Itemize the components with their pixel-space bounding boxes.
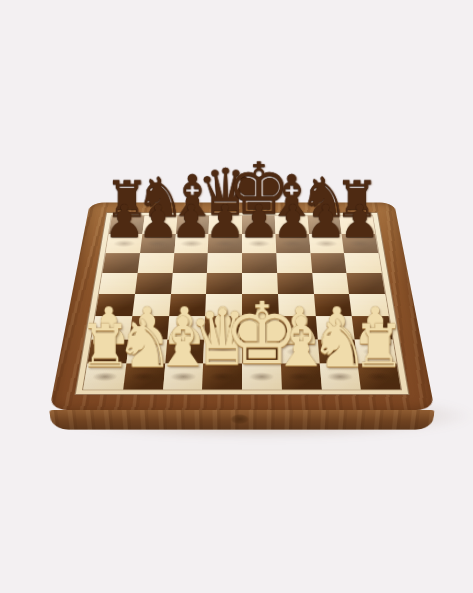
square-h6 xyxy=(344,253,381,273)
square-a7: ♟ xyxy=(106,234,142,253)
wood-knot-mark xyxy=(230,414,248,424)
square-g6 xyxy=(310,253,347,273)
square-b5 xyxy=(135,273,172,294)
square-b6 xyxy=(137,253,174,273)
square-g5 xyxy=(312,273,349,294)
square-d6 xyxy=(207,253,242,273)
square-h5 xyxy=(347,273,385,294)
square-a5 xyxy=(99,273,137,294)
chess-board: ♜♞♝♛♚♝♞♜♟♟♟♟♟♟♟♟♟♟♟♟♟♟♟♟♜♞♝♛♚♝♞♜ xyxy=(82,215,402,390)
square-a6 xyxy=(102,253,139,273)
board-front-edge xyxy=(49,410,435,430)
square-h1: ♜ xyxy=(358,364,401,390)
square-d7: ♟ xyxy=(208,234,242,253)
piece-black-pawn: ♟ xyxy=(340,198,381,243)
square-c6 xyxy=(172,253,208,273)
square-e6 xyxy=(242,253,277,273)
piece-white-rook: ♜ xyxy=(353,317,406,376)
square-c7: ♟ xyxy=(174,234,209,253)
board-frame: ♜♞♝♛♚♝♞♜♟♟♟♟♟♟♟♟♟♟♟♟♟♟♟♟♜♞♝♛♚♝♞♜ xyxy=(49,202,435,410)
square-h7: ♟ xyxy=(342,234,378,253)
square-f6 xyxy=(276,253,312,273)
chess-board-3d: ♜♞♝♛♚♝♞♜♟♟♟♟♟♟♟♟♟♟♟♟♟♟♟♟♜♞♝♛♚♝♞♜ xyxy=(49,202,435,410)
product-photo: ♜♞♝♛♚♝♞♜♟♟♟♟♟♟♟♟♟♟♟♟♟♟♟♟♜♞♝♛♚♝♞♜ xyxy=(0,0,473,593)
square-c5 xyxy=(171,273,208,294)
square-e7: ♟ xyxy=(242,234,276,253)
board-border-strip: ♜♞♝♛♚♝♞♜♟♟♟♟♟♟♟♟♟♟♟♟♟♟♟♟♜♞♝♛♚♝♞♜ xyxy=(75,212,410,395)
